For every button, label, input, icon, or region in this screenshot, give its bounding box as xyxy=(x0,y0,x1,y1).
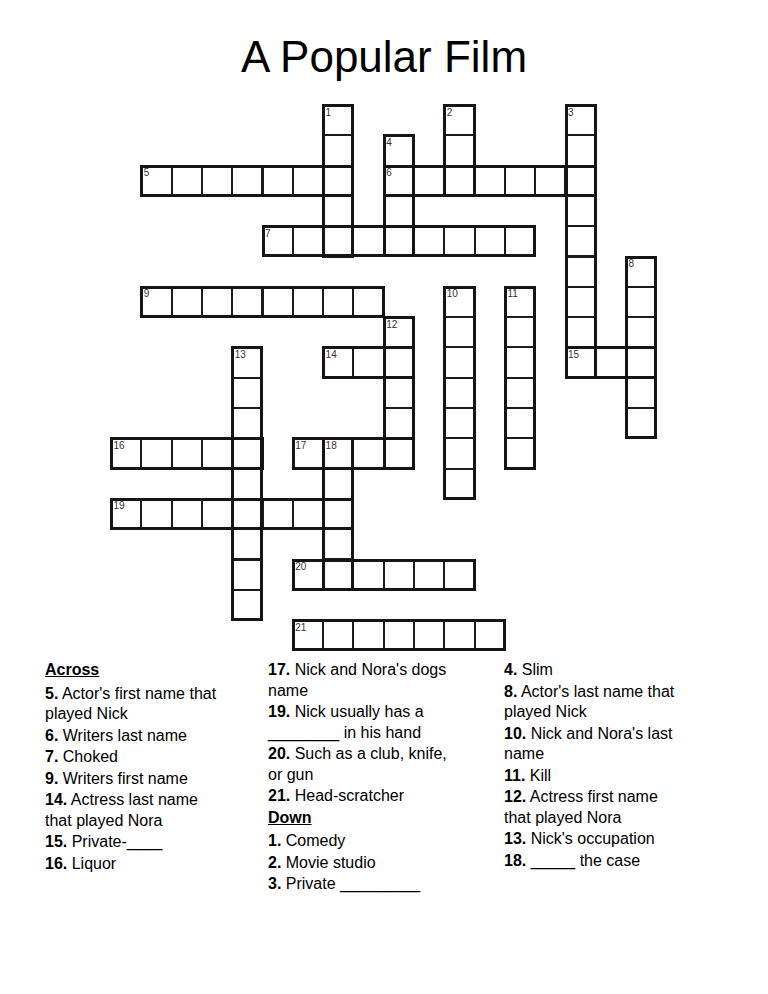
grid-cell-r14c4[interactable] xyxy=(231,528,263,560)
grid-cell-r6c15[interactable] xyxy=(565,286,597,318)
grid-cell-r10c13[interactable] xyxy=(504,407,536,439)
grid-cell-r17c10[interactable] xyxy=(413,619,445,651)
grid-cell-r4c15[interactable] xyxy=(565,225,597,257)
grid-cell-r17c12[interactable] xyxy=(474,619,506,651)
grid-cell-r8c4[interactable] xyxy=(231,346,263,378)
grid-cell-r4c12[interactable] xyxy=(474,225,506,257)
clue-9: 9. Writers first name xyxy=(45,769,223,790)
grid-cell-r6c8[interactable] xyxy=(352,286,384,318)
grid-cell-r3c7[interactable] xyxy=(322,195,354,227)
grid-cell-r14c7[interactable] xyxy=(322,528,354,560)
grid-cell-r12c4[interactable] xyxy=(231,468,263,500)
grid-cell-r9c17[interactable] xyxy=(625,377,657,409)
grid-cell-r11c8[interactable] xyxy=(352,437,384,469)
grid-cell-r10c9[interactable] xyxy=(383,407,415,439)
grid-cell-r2c5[interactable] xyxy=(262,165,294,197)
grid-cell-r12c11[interactable] xyxy=(443,468,475,500)
grid-cell-r13c7[interactable] xyxy=(322,498,354,530)
grid-cell-r2c11[interactable] xyxy=(443,165,475,197)
grid-cell-r6c4[interactable] xyxy=(231,286,263,318)
grid-cell-r10c17[interactable] xyxy=(625,407,657,439)
clue-12: 12. Actress first name that played Nora xyxy=(504,787,684,828)
clue-18: 18. _____ the case xyxy=(504,851,684,872)
grid-cell-r2c2[interactable] xyxy=(171,165,203,197)
clue-11: 11. Kill xyxy=(504,766,684,787)
grid-cell-r17c11[interactable] xyxy=(443,619,475,651)
grid-cell-r6c2[interactable] xyxy=(171,286,203,318)
grid-cell-r17c7[interactable] xyxy=(322,619,354,651)
grid-cell-r13c5[interactable] xyxy=(262,498,294,530)
across-heading: Across xyxy=(45,660,223,681)
grid-cell-r2c14[interactable] xyxy=(534,165,566,197)
grid-cell-r10c4[interactable] xyxy=(231,407,263,439)
grid-cell-r6c17[interactable] xyxy=(625,286,657,318)
grid-cell-r7c9[interactable] xyxy=(383,316,415,348)
clue-19: 19. Nick usually has a ________ in his h… xyxy=(268,702,450,743)
clue-2: 2. Movie studio xyxy=(268,853,450,874)
clue-21: 21. Head-scratcher xyxy=(268,786,450,807)
grid-cell-r1c11[interactable] xyxy=(443,134,475,166)
grid-cell-r15c6[interactable] xyxy=(292,559,324,591)
grid-cell-r1c15[interactable] xyxy=(565,134,597,166)
grid-cell-r11c7[interactable] xyxy=(322,437,354,469)
clue-1: 1. Comedy xyxy=(268,831,450,852)
grid-cell-r6c5[interactable] xyxy=(262,286,294,318)
grid-cell-r6c7[interactable] xyxy=(322,286,354,318)
grid-cell-r8c8[interactable] xyxy=(352,346,384,378)
clue-7: 7. Choked xyxy=(45,747,223,768)
grid-cell-r4c8[interactable] xyxy=(352,225,384,257)
grid-cell-r15c11[interactable] xyxy=(443,559,475,591)
grid-cell-r4c5[interactable] xyxy=(262,225,294,257)
crossword-grid: 123456789101112131415161718192021 xyxy=(0,0,768,660)
grid-cell-r11c4[interactable] xyxy=(231,437,263,469)
grid-cell-r17c9[interactable] xyxy=(383,619,415,651)
clue-3: 3. Private _________ xyxy=(268,874,450,895)
grid-cell-r4c10[interactable] xyxy=(413,225,445,257)
grid-cell-r6c6[interactable] xyxy=(292,286,324,318)
grid-cell-r15c9[interactable] xyxy=(383,559,415,591)
grid-cell-r7c17[interactable] xyxy=(625,316,657,348)
grid-cell-r15c7[interactable] xyxy=(322,559,354,591)
grid-cell-r0c11[interactable] xyxy=(443,104,475,136)
grid-cell-r4c6[interactable] xyxy=(292,225,324,257)
grid-cell-r3c9[interactable] xyxy=(383,195,415,227)
grid-cell-r0c7[interactable] xyxy=(322,104,354,136)
grid-cell-r9c4[interactable] xyxy=(231,377,263,409)
grid-cell-r8c7[interactable] xyxy=(322,346,354,378)
grid-cell-r13c1[interactable] xyxy=(140,498,172,530)
clue-15: 15. Private-____ xyxy=(45,832,223,853)
grid-cell-r13c0[interactable] xyxy=(110,498,142,530)
grid-cell-r6c1[interactable] xyxy=(140,286,172,318)
grid-cell-r13c6[interactable] xyxy=(292,498,324,530)
grid-cell-r2c12[interactable] xyxy=(474,165,506,197)
grid-cell-r8c16[interactable] xyxy=(595,346,627,378)
grid-cell-r11c3[interactable] xyxy=(201,437,233,469)
grid-cell-r8c13[interactable] xyxy=(504,346,536,378)
grid-cell-r6c3[interactable] xyxy=(201,286,233,318)
grid-cell-r11c6[interactable] xyxy=(292,437,324,469)
grid-cell-r15c8[interactable] xyxy=(352,559,384,591)
clue-column-1: Across5. Actor's first name that played … xyxy=(45,660,223,875)
clue-column-2: 17. Nick and Nora's dogs name19. Nick us… xyxy=(268,660,450,896)
grid-cell-r4c11[interactable] xyxy=(443,225,475,257)
grid-cell-r1c7[interactable] xyxy=(322,134,354,166)
grid-cell-r3c15[interactable] xyxy=(565,195,597,227)
grid-cell-r1c9[interactable] xyxy=(383,134,415,166)
grid-cell-r15c4[interactable] xyxy=(231,559,263,591)
grid-cell-r8c11[interactable] xyxy=(443,346,475,378)
grid-cell-r17c8[interactable] xyxy=(352,619,384,651)
grid-cell-r17c6[interactable] xyxy=(292,619,324,651)
grid-cell-r13c4[interactable] xyxy=(231,498,263,530)
grid-cell-r8c9[interactable] xyxy=(383,346,415,378)
grid-cell-r4c13[interactable] xyxy=(504,225,536,257)
grid-cell-r9c13[interactable] xyxy=(504,377,536,409)
grid-cell-r2c15[interactable] xyxy=(565,165,597,197)
clue-16: 16. Liquor xyxy=(45,854,223,875)
grid-cell-r6c11[interactable] xyxy=(443,286,475,318)
down-heading: Down xyxy=(268,808,450,829)
grid-cell-r4c7[interactable] xyxy=(322,225,354,257)
grid-cell-r5c17[interactable] xyxy=(625,256,657,288)
grid-cell-r10c11[interactable] xyxy=(443,407,475,439)
grid-cell-r6c13[interactable] xyxy=(504,286,536,318)
clue-6: 6. Writers last name xyxy=(45,726,223,747)
grid-cell-r11c0[interactable] xyxy=(110,437,142,469)
grid-cell-r2c9[interactable] xyxy=(383,165,415,197)
grid-cell-r4c9[interactable] xyxy=(383,225,415,257)
grid-cell-r2c3[interactable] xyxy=(201,165,233,197)
grid-cell-r11c1[interactable] xyxy=(140,437,172,469)
clue-5: 5. Actor's first name that played Nick xyxy=(45,684,223,725)
grid-cell-r11c9[interactable] xyxy=(383,437,415,469)
grid-cell-r11c2[interactable] xyxy=(171,437,203,469)
page: A Popular Film 1234567891011121314151617… xyxy=(0,0,768,994)
grid-cell-r5c15[interactable] xyxy=(565,256,597,288)
clue-column-3: 4. Slim8. Actor's last name that played … xyxy=(504,660,684,872)
grid-cell-r2c13[interactable] xyxy=(504,165,536,197)
grid-cell-r7c15[interactable] xyxy=(565,316,597,348)
grid-cell-r9c11[interactable] xyxy=(443,377,475,409)
clue-13: 13. Nick's occupation xyxy=(504,829,684,850)
grid-cell-r7c13[interactable] xyxy=(504,316,536,348)
clue-14: 14. Actress last name that played Nora xyxy=(45,790,223,831)
grid-cell-r15c10[interactable] xyxy=(413,559,445,591)
clue-4: 4. Slim xyxy=(504,660,684,681)
grid-cell-r2c4[interactable] xyxy=(231,165,263,197)
grid-cell-r16c4[interactable] xyxy=(231,589,263,621)
grid-cell-r2c10[interactable] xyxy=(413,165,445,197)
clue-17: 17. Nick and Nora's dogs name xyxy=(268,660,450,701)
clue-8: 8. Actor's last name that played Nick xyxy=(504,682,684,723)
grid-cell-r2c7[interactable] xyxy=(322,165,354,197)
grid-cell-r8c15[interactable] xyxy=(565,346,597,378)
grid-cell-r9c9[interactable] xyxy=(383,377,415,409)
grid-cell-r11c13[interactable] xyxy=(504,437,536,469)
grid-cell-r13c3[interactable] xyxy=(201,498,233,530)
grid-cell-r2c6[interactable] xyxy=(292,165,324,197)
clue-20: 20. Such as a club, knife, or gun xyxy=(268,744,450,785)
grid-cell-r8c17[interactable] xyxy=(625,346,657,378)
grid-cell-r7c11[interactable] xyxy=(443,316,475,348)
grid-cell-r13c2[interactable] xyxy=(171,498,203,530)
grid-cell-r11c11[interactable] xyxy=(443,437,475,469)
clue-10: 10. Nick and Nora's last name xyxy=(504,724,684,765)
grid-cell-r12c7[interactable] xyxy=(322,468,354,500)
grid-cell-r2c1[interactable] xyxy=(140,165,172,197)
grid-cell-r0c15[interactable] xyxy=(565,104,597,136)
